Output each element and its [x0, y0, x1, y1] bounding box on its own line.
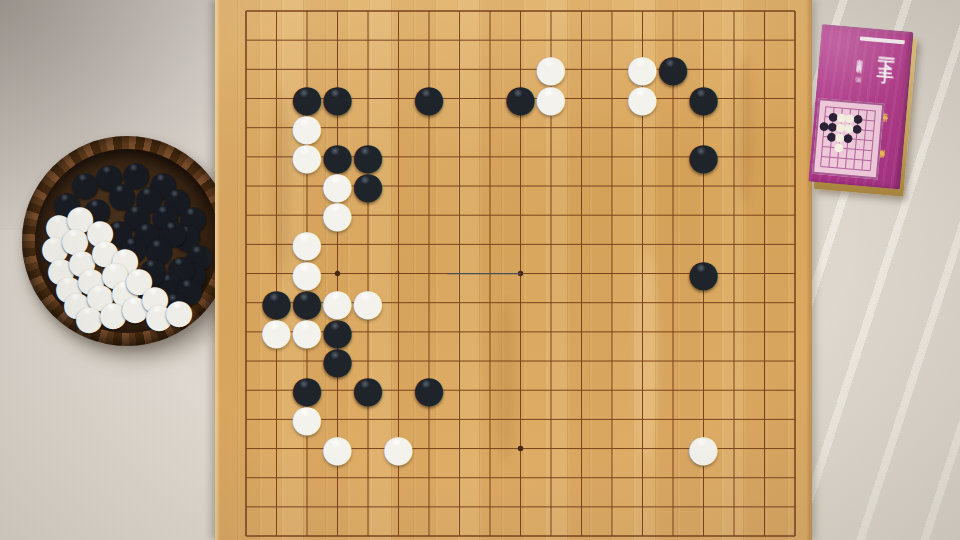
white-stone[interactable]: ● — [689, 434, 719, 464]
white-stone[interactable]: ● — [384, 434, 414, 464]
stone-basket[interactable]: ●●●●●●●●●●●●●●●●●●●●●●●●●●●●●●●●●●●●●●●●… — [22, 136, 232, 346]
black-stone[interactable]: ● — [506, 84, 536, 114]
diagram-stone — [819, 122, 829, 132]
star-point — [335, 271, 340, 276]
book-cover-diagram — [812, 98, 884, 179]
black-stone[interactable]: ● — [353, 375, 383, 405]
diagram-stone — [844, 124, 854, 134]
black-stone[interactable]: ● — [323, 84, 353, 114]
scene: ●●●●●●●●●●●●●●●●●●●●●●●●●●●●●●●●●●●●●●●●… — [0, 0, 960, 540]
white-stone[interactable]: ● — [353, 288, 383, 318]
go-board[interactable]: ●●●●●●●●●●●●●●●●●●●●●●●●●●●●●●●●●●●● — [215, 0, 812, 540]
diagram-stone — [834, 143, 844, 153]
diagram-stone — [853, 115, 863, 125]
diagram-stone — [836, 123, 846, 133]
basket-white-stone: ● — [165, 297, 193, 325]
diagram-stone — [835, 133, 845, 143]
white-stone[interactable]: ● — [262, 317, 292, 347]
diagram-stone — [843, 134, 853, 144]
white-stone[interactable]: ● — [323, 434, 353, 464]
diagram-stone — [837, 113, 847, 123]
star-point — [518, 446, 523, 451]
basket-stone-pile: ●●●●●●●●●●●●●●●●●●●●●●●●●●●●●●●●●●●●●●●●… — [35, 149, 219, 333]
diagram-stone — [828, 123, 838, 133]
book-title-bar — [860, 36, 905, 44]
black-stone[interactable]: ● — [658, 54, 688, 84]
book-cover: 下一手 中国少年儿童出版社 编 第十二册 问题手册 — [808, 24, 913, 189]
white-stone[interactable]: ● — [292, 259, 322, 289]
diagram-stone — [827, 132, 837, 142]
book-title: 下一手 — [877, 46, 901, 57]
diagram-stone — [845, 114, 855, 124]
diagram-stone — [828, 113, 838, 123]
white-stone[interactable]: ● — [292, 317, 322, 347]
white-stone[interactable]: ● — [323, 200, 353, 230]
white-stone[interactable]: ● — [536, 84, 566, 114]
diagram-stone — [852, 125, 862, 135]
black-stone[interactable]: ● — [353, 171, 383, 201]
black-stone[interactable]: ● — [414, 375, 444, 405]
go-book[interactable]: 下一手 中国少年儿童出版社 编 第十二册 问题手册 — [808, 24, 913, 189]
black-stone[interactable]: ● — [689, 259, 719, 289]
white-stone[interactable]: ● — [323, 288, 353, 318]
black-stone[interactable]: ● — [323, 346, 353, 376]
white-stone[interactable]: ● — [292, 142, 322, 172]
black-stone[interactable]: ● — [689, 142, 719, 172]
book-publisher: 中国少年儿童出版社 编 — [854, 54, 865, 73]
black-stone[interactable]: ● — [689, 84, 719, 114]
white-stone[interactable]: ● — [292, 404, 322, 434]
white-stone[interactable]: ● — [628, 84, 658, 114]
black-stone[interactable]: ● — [414, 84, 444, 114]
